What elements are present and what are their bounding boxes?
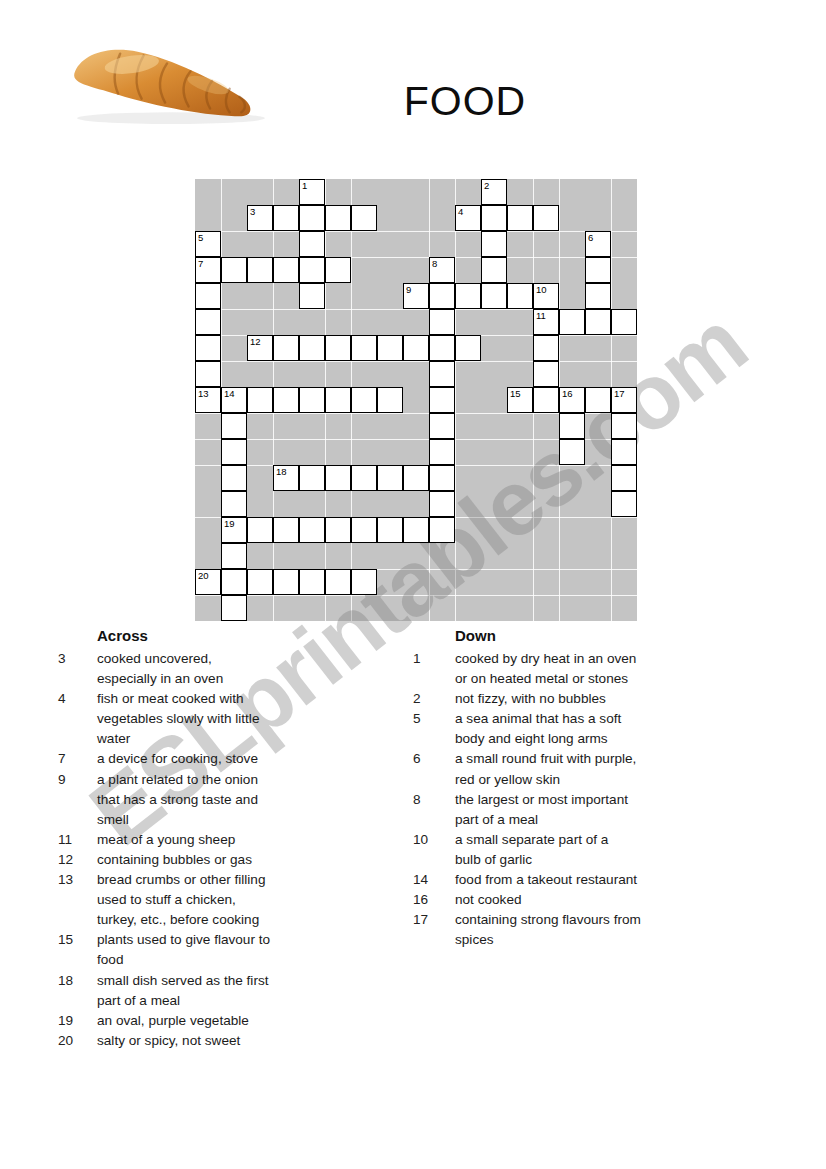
grid-cell[interactable] <box>299 231 325 257</box>
clue-item: 9a plant related to the onion that has a… <box>58 770 388 830</box>
grid-cell[interactable] <box>455 335 481 361</box>
cell-number: 13 <box>198 388 209 399</box>
clue-number: 8 <box>413 790 455 810</box>
clue-text: a small round fruit with purple, red or … <box>455 749 743 789</box>
cell-number: 1 <box>302 180 307 191</box>
grid-cell[interactable] <box>325 335 351 361</box>
grid-cell[interactable] <box>247 517 273 543</box>
clue-text: plants used to give flavour to food <box>97 930 388 970</box>
cell-number: 17 <box>614 388 625 399</box>
grid-cell[interactable]: 6 <box>585 231 611 257</box>
grid-cell[interactable] <box>351 205 377 231</box>
clue-number: 16 <box>413 890 455 910</box>
clue-number: 20 <box>58 1031 97 1051</box>
grid-cell[interactable] <box>429 413 455 439</box>
grid-cell[interactable] <box>611 309 637 335</box>
grid-cell[interactable]: 11 <box>533 309 559 335</box>
grid-cell[interactable] <box>195 335 221 361</box>
grid-cell[interactable] <box>377 387 403 413</box>
grid-cell[interactable] <box>273 569 299 595</box>
clue-item: 1cooked by dry heat in an oven or on hea… <box>413 649 743 689</box>
grid-cell[interactable]: 19 <box>221 517 247 543</box>
clue-number: 13 <box>58 870 97 890</box>
worksheet-page: FOOD ESLprintables.com 12345678910111213… <box>0 0 826 1169</box>
grid-cell[interactable] <box>559 413 585 439</box>
clue-text: cooked by dry heat in an oven or on heat… <box>455 649 743 689</box>
clue-number: 10 <box>413 830 455 850</box>
clue-text: a small separate part of a bulb of garli… <box>455 830 743 870</box>
clue-number: 5 <box>413 709 455 729</box>
clue-number: 9 <box>58 770 97 790</box>
clue-item: 20salty or spicy, not sweet <box>58 1031 388 1051</box>
grid-cell[interactable] <box>325 205 351 231</box>
grid-cell[interactable]: 17 <box>611 387 637 413</box>
clue-number: 17 <box>413 910 455 930</box>
grid-cell[interactable] <box>429 335 455 361</box>
cell-number: 5 <box>198 232 203 243</box>
grid-cell[interactable]: 18 <box>273 465 299 491</box>
grid-cell[interactable] <box>429 517 455 543</box>
clue-item: 18small dish served as the first part of… <box>58 971 388 1011</box>
clue-number: 6 <box>413 749 455 769</box>
grid-cell[interactable] <box>299 569 325 595</box>
cell-number: 15 <box>510 388 521 399</box>
clue-text: the largest or most important part of a … <box>455 790 743 830</box>
cell-number: 7 <box>198 258 203 269</box>
grid-cell[interactable]: 16 <box>559 387 585 413</box>
grid-cell[interactable] <box>611 439 637 465</box>
grid-cell[interactable]: 1 <box>299 179 325 205</box>
clue-number: 19 <box>58 1011 97 1031</box>
clue-item: 4fish or meat cooked with vegetables slo… <box>58 689 388 749</box>
grid-cell[interactable] <box>273 205 299 231</box>
clue-text: cooked uncovered, especially in an oven <box>97 649 388 689</box>
grid-cell[interactable] <box>611 413 637 439</box>
grid-cell[interactable] <box>299 335 325 361</box>
grid-cell[interactable] <box>273 387 299 413</box>
grid-cell[interactable] <box>221 491 247 517</box>
grid-cell[interactable] <box>429 309 455 335</box>
clue-item: 19an oval, purple vegetable <box>58 1011 388 1031</box>
clue-item: 11meat of a young sheep <box>58 830 388 850</box>
croissant-image <box>60 38 278 126</box>
clue-text: not fizzy, with no bubbles <box>455 689 743 709</box>
grid-cell[interactable]: 14 <box>221 387 247 413</box>
grid-cell[interactable] <box>611 465 637 491</box>
grid-cell[interactable] <box>481 257 507 283</box>
grid-cell[interactable] <box>221 569 247 595</box>
grid-cell[interactable]: 4 <box>455 205 481 231</box>
grid-cell[interactable] <box>299 257 325 283</box>
grid-cell[interactable] <box>325 387 351 413</box>
clue-text: food from a takeout restaurant <box>455 870 743 890</box>
grid-cell[interactable] <box>195 283 221 309</box>
grid-cell[interactable] <box>611 491 637 517</box>
grid-cell[interactable]: 12 <box>247 335 273 361</box>
clue-item: 15plants used to give flavour to food <box>58 930 388 970</box>
page-title: FOOD <box>330 78 600 125</box>
clue-text: containing strong flavours from spices <box>455 910 743 950</box>
clue-number: 1 <box>413 649 455 669</box>
grid-cell[interactable] <box>403 465 429 491</box>
clue-item: 17containing strong flavours from spices <box>413 910 743 950</box>
grid-cell[interactable] <box>299 205 325 231</box>
grid-cell[interactable] <box>429 283 455 309</box>
grid-cell[interactable] <box>247 569 273 595</box>
grid-cell[interactable] <box>403 517 429 543</box>
grid-cell[interactable] <box>377 517 403 543</box>
grid-cell[interactable] <box>221 543 247 569</box>
grid-cell[interactable]: 2 <box>481 179 507 205</box>
cell-number: 19 <box>224 518 235 529</box>
grid-cell[interactable] <box>481 231 507 257</box>
grid-cell[interactable] <box>299 283 325 309</box>
grid-cell[interactable] <box>351 465 377 491</box>
clue-item: 13bread crumbs or other filling used to … <box>58 870 388 930</box>
grid-cell[interactable] <box>351 517 377 543</box>
clue-number: 18 <box>58 971 97 991</box>
clue-number: 3 <box>58 649 97 669</box>
cell-number: 18 <box>276 466 287 477</box>
clue-item: 16not cooked <box>413 890 743 910</box>
clue-text: an oval, purple vegetable <box>97 1011 388 1031</box>
across-heading: Across <box>97 627 148 644</box>
grid-cell[interactable] <box>559 309 585 335</box>
clue-number: 4 <box>58 689 97 709</box>
grid-cell[interactable] <box>533 335 559 361</box>
grid-cell[interactable] <box>195 309 221 335</box>
grid-cell[interactable] <box>351 387 377 413</box>
cell-number: 9 <box>406 284 411 295</box>
grid-cell[interactable] <box>273 335 299 361</box>
clue-text: small dish served as the first part of a… <box>97 971 388 1011</box>
cell-number: 12 <box>250 336 261 347</box>
grid-cell[interactable]: 3 <box>247 205 273 231</box>
cell-number: 2 <box>484 180 489 191</box>
grid-cell[interactable] <box>273 257 299 283</box>
clue-item: 10a small separate part of a bulb of gar… <box>413 830 743 870</box>
cell-number: 20 <box>198 570 209 581</box>
clue-text: a sea animal that has a soft body and ei… <box>455 709 743 749</box>
down-heading: Down <box>455 627 496 644</box>
grid-cell[interactable] <box>299 517 325 543</box>
grid-cell[interactable]: 8 <box>429 257 455 283</box>
grid-cell[interactable] <box>533 205 559 231</box>
grid-cell[interactable] <box>455 283 481 309</box>
grid-cell[interactable] <box>377 335 403 361</box>
grid-cell[interactable] <box>221 257 247 283</box>
cell-number: 11 <box>536 310 546 321</box>
grid-cell[interactable] <box>273 517 299 543</box>
down-clue-list: 1cooked by dry heat in an oven or on hea… <box>413 649 743 950</box>
clue-text: fish or meat cooked with vegetables slow… <box>97 689 388 749</box>
grid-cell[interactable] <box>533 387 559 413</box>
clue-item: 6a small round fruit with purple, red or… <box>413 749 743 789</box>
clue-item: 5a sea animal that has a soft body and e… <box>413 709 743 749</box>
cell-number: 16 <box>562 388 573 399</box>
grid-cell[interactable] <box>533 361 559 387</box>
grid-cell[interactable] <box>377 465 403 491</box>
clue-text: meat of a young sheep <box>97 830 388 850</box>
grid-cell[interactable] <box>507 283 533 309</box>
clue-item: 14food from a takeout restaurant <box>413 870 743 890</box>
cell-number: 10 <box>536 284 547 295</box>
grid-cell[interactable] <box>585 309 611 335</box>
grid-cell[interactable]: 5 <box>195 231 221 257</box>
clue-number: 2 <box>413 689 455 709</box>
clue-item: 8the largest or most important part of a… <box>413 790 743 830</box>
clue-item: 7a device for cooking, stove <box>58 749 388 769</box>
grid-cell[interactable] <box>221 465 247 491</box>
grid-cell[interactable] <box>351 569 377 595</box>
cell-number: 4 <box>458 206 463 217</box>
cell-number: 8 <box>432 258 437 269</box>
grid-cell[interactable] <box>429 465 455 491</box>
clue-text: not cooked <box>455 890 743 910</box>
grid-cell[interactable] <box>403 335 429 361</box>
grid-cell[interactable]: 10 <box>533 283 559 309</box>
grid-cell[interactable] <box>325 257 351 283</box>
grid-cell[interactable] <box>481 205 507 231</box>
grid-cell[interactable]: 13 <box>195 387 221 413</box>
grid-cell[interactable]: 9 <box>403 283 429 309</box>
grid-cell[interactable]: 15 <box>507 387 533 413</box>
grid-cell[interactable] <box>585 283 611 309</box>
clue-number: 11 <box>58 830 97 850</box>
grid-cell[interactable] <box>247 257 273 283</box>
grid-cell[interactable] <box>221 439 247 465</box>
clue-item: 3cooked uncovered, especially in an oven <box>58 649 388 689</box>
clue-text: a device for cooking, stove <box>97 749 388 769</box>
grid-cell[interactable] <box>299 387 325 413</box>
clue-item: 12containing bubbles or gas <box>58 850 388 870</box>
clue-text: a plant related to the onion that has a … <box>97 770 388 830</box>
grid-cell[interactable] <box>559 439 585 465</box>
clue-number: 7 <box>58 749 97 769</box>
cell-number: 14 <box>224 388 235 399</box>
grid-cell[interactable] <box>429 491 455 517</box>
grid-cell[interactable] <box>195 361 221 387</box>
grid-cell[interactable]: 20 <box>195 569 221 595</box>
grid-cell[interactable] <box>351 335 377 361</box>
grid-cell[interactable] <box>325 465 351 491</box>
grid-cell[interactable] <box>325 517 351 543</box>
grid-cell[interactable] <box>221 595 247 621</box>
grid-cell[interactable] <box>325 569 351 595</box>
grid-cell[interactable] <box>481 283 507 309</box>
grid-cell[interactable] <box>585 387 611 413</box>
clue-item: 2not fizzy, with no bubbles <box>413 689 743 709</box>
grid-cell[interactable] <box>585 257 611 283</box>
grid-cell[interactable] <box>247 387 273 413</box>
grid-cell[interactable] <box>429 361 455 387</box>
clue-number: 15 <box>58 930 97 950</box>
clue-number: 14 <box>413 870 455 890</box>
clue-number: 12 <box>58 850 97 870</box>
grid-cell[interactable] <box>429 439 455 465</box>
clue-text: bread crumbs or other filling used to st… <box>97 870 388 930</box>
cell-number: 6 <box>588 232 593 243</box>
across-clue-list: 3cooked uncovered, especially in an oven… <box>58 649 388 1051</box>
grid-cell[interactable]: 7 <box>195 257 221 283</box>
clue-text: salty or spicy, not sweet <box>97 1031 388 1051</box>
clue-text: containing bubbles or gas <box>97 850 388 870</box>
grid-cell[interactable] <box>429 387 455 413</box>
grid-cell[interactable] <box>507 205 533 231</box>
crossword-board: 1234567891011121314151617181920 <box>195 179 637 621</box>
cell-number: 3 <box>250 206 255 217</box>
grid-cell[interactable] <box>221 413 247 439</box>
grid-cell[interactable] <box>299 465 325 491</box>
